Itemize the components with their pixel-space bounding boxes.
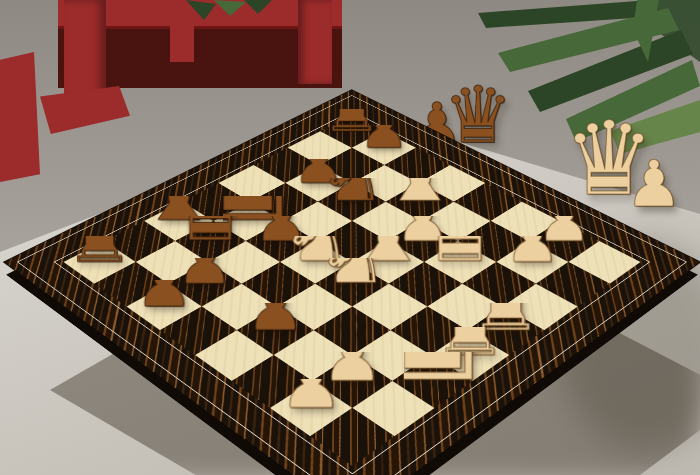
photo-scene: ♟♛♛♟ ♜♟♟♝♟♟♞♟♛♝♜♚♟♞♞♜♝♛♚♟♟♟♜♟♟ (0, 0, 700, 475)
board-perspective-wrapper: ♜♟♟♝♟♟♞♟♛♝♜♚♟♞♞♜♝♛♚♟♟♟♜♟♟ (0, 0, 700, 475)
chess-board: ♜♟♟♝♟♟♞♟♛♝♜♚♟♞♞♜♝♛♚♟♟♟♜♟♟ (4, 90, 700, 475)
board-grid: ♜♟♟♝♟♟♞♟♛♝♜♚♟♞♞♜♝♛♚♟♟♟♜♟♟ (64, 115, 641, 466)
piece-brown-pawn-b4: ♟ (246, 273, 305, 339)
piece-brown-pawn-a6: ♟ (135, 251, 193, 316)
piece-brown-rook-a8: ♜ (65, 195, 135, 273)
piece-white-pawn-a2: ♟ (280, 347, 343, 418)
